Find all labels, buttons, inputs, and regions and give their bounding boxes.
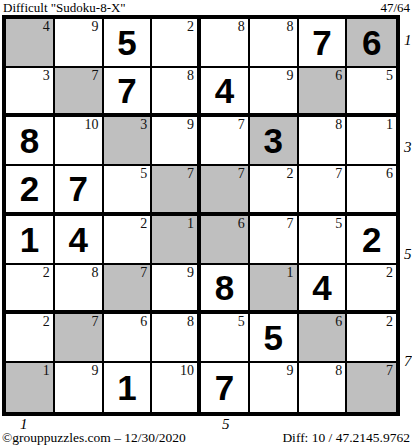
cell-r1c8: 6 [347, 19, 396, 68]
cell-r4c1: 2 [6, 166, 55, 215]
corner-number: 9 [92, 19, 99, 34]
cell-r5c5[interactable]: 6 [201, 216, 250, 265]
given-digit: 2 [6, 166, 53, 211]
copyright-text: ©grouppuzzles.com – 12/30/2020 [2, 430, 186, 446]
cell-r8c1[interactable]: 1 [6, 363, 55, 412]
corner-number: 9 [287, 363, 294, 378]
given-digit: 2 [347, 216, 396, 263]
cell-r1c1[interactable]: 4 [6, 19, 55, 68]
given-digit: 5 [104, 19, 151, 66]
cell-r4c4[interactable]: 7 [152, 166, 201, 215]
cell-r2c2[interactable]: 7 [55, 68, 104, 117]
puzzle-title: Difficult "Sudoku-8-X" [3, 0, 126, 16]
cell-r5c2: 4 [55, 216, 104, 265]
cell-r8c3: 1 [104, 363, 153, 412]
cell-r6c6[interactable]: 1 [250, 265, 299, 314]
cell-r5c6[interactable]: 7 [250, 216, 299, 265]
cell-r6c2[interactable]: 8 [55, 265, 104, 314]
cell-r5c8: 2 [347, 216, 396, 265]
corner-number: 8 [335, 117, 342, 132]
corner-number: 1 [287, 265, 294, 280]
cell-r6c8[interactable]: 2 [347, 265, 396, 314]
cell-r2c3: 7 [104, 68, 153, 117]
cell-r2c5: 4 [201, 68, 250, 117]
corner-number: 9 [187, 117, 194, 132]
cell-r3c8[interactable]: 1 [347, 117, 396, 166]
cell-r5c1: 1 [6, 216, 55, 265]
corner-number: 7 [92, 314, 99, 329]
board: 4952887637784965810397381275772761421675… [2, 15, 400, 416]
cell-r6c7: 4 [299, 265, 348, 314]
corner-number: 2 [43, 314, 50, 329]
col-label-5: 5 [222, 417, 230, 431]
cell-r7c1[interactable]: 2 [6, 314, 55, 363]
cell-r4c8[interactable]: 6 [347, 166, 396, 215]
cell-r2c4[interactable]: 8 [152, 68, 201, 117]
corner-number: 4 [43, 19, 50, 34]
difficulty-text: Diff: 10 / 47.2145.9762 [282, 430, 410, 446]
corner-number: 6 [386, 166, 393, 181]
cell-r7c3[interactable]: 6 [104, 314, 153, 363]
corner-number: 10 [180, 363, 194, 378]
corner-number: 5 [140, 166, 147, 181]
cell-r8c8[interactable]: 7 [347, 363, 396, 412]
corner-number: 8 [335, 363, 342, 378]
cell-r7c5[interactable]: 5 [201, 314, 250, 363]
cell-r5c4[interactable]: 1 [152, 216, 201, 265]
cell-r6c5: 8 [201, 265, 250, 314]
corner-number: 6 [140, 314, 147, 329]
cell-r1c6[interactable]: 8 [250, 19, 299, 68]
cell-r7c7[interactable]: 6 [299, 314, 348, 363]
corner-number: 3 [43, 68, 50, 83]
corner-number: 8 [187, 314, 194, 329]
cell-r5c7[interactable]: 5 [299, 216, 348, 265]
cell-r6c4[interactable]: 9 [152, 265, 201, 314]
given-digit: 4 [55, 216, 102, 263]
cell-r7c6: 5 [250, 314, 299, 363]
corner-number: 8 [238, 19, 245, 34]
corner-number: 10 [85, 117, 99, 132]
corner-number: 5 [238, 314, 245, 329]
cell-r2c1[interactable]: 3 [6, 68, 55, 117]
cell-r2c8[interactable]: 5 [347, 68, 396, 117]
corner-number: 6 [335, 314, 342, 329]
corner-number: 6 [238, 216, 245, 231]
corner-number: 2 [187, 19, 194, 34]
corner-number: 5 [335, 216, 342, 231]
corner-number: 1 [386, 117, 393, 132]
corner-number: 9 [287, 68, 294, 83]
cell-r4c5[interactable]: 7 [201, 166, 250, 215]
cell-r1c7: 7 [299, 19, 348, 68]
cell-r4c7[interactable]: 7 [299, 166, 348, 215]
corner-number: 9 [187, 265, 194, 280]
corner-number: 7 [386, 363, 393, 378]
corner-number: 7 [187, 166, 194, 181]
cell-r1c5[interactable]: 8 [201, 19, 250, 68]
cell-r2c7[interactable]: 6 [299, 68, 348, 117]
row-label-5: 5 [404, 247, 412, 261]
cell-r3c4[interactable]: 9 [152, 117, 201, 166]
given-digit: 1 [6, 216, 53, 263]
cell-r6c3[interactable]: 7 [104, 265, 153, 314]
cell-r8c6[interactable]: 9 [250, 363, 299, 412]
cell-r1c4[interactable]: 2 [152, 19, 201, 68]
corner-number: 2 [287, 166, 294, 181]
corner-number: 8 [287, 19, 294, 34]
cell-r4c2: 7 [55, 166, 104, 215]
cell-r3c6: 3 [250, 117, 299, 166]
given-digit: 6 [347, 19, 396, 66]
corner-number: 7 [140, 265, 147, 280]
corner-number: 6 [335, 68, 342, 83]
cell-r7c4[interactable]: 8 [152, 314, 201, 363]
corner-number: 7 [335, 166, 342, 181]
row-label-3: 3 [404, 140, 412, 154]
given-digit: 8 [201, 265, 248, 310]
corner-number: 8 [187, 68, 194, 83]
empty-cell-counter: 47/64 [380, 0, 410, 16]
col-label-1: 1 [20, 417, 28, 431]
given-digit: 4 [299, 265, 346, 310]
corner-number: 2 [386, 265, 393, 280]
cell-r2c6[interactable]: 9 [250, 68, 299, 117]
cell-r7c2[interactable]: 7 [55, 314, 104, 363]
cell-r3c1: 8 [6, 117, 55, 166]
cell-r3c5[interactable]: 7 [201, 117, 250, 166]
cell-r1c3: 5 [104, 19, 153, 68]
given-digit: 7 [299, 19, 346, 66]
cell-r5c3[interactable]: 2 [104, 216, 153, 265]
given-digit: 8 [6, 117, 53, 164]
cell-r4c3[interactable]: 5 [104, 166, 153, 215]
cell-r4c6[interactable]: 2 [250, 166, 299, 215]
corner-number: 1 [43, 363, 50, 378]
given-digit: 7 [201, 363, 248, 412]
cell-r7c8[interactable]: 2 [347, 314, 396, 363]
cell-r8c7[interactable]: 8 [299, 363, 348, 412]
given-digit: 5 [250, 314, 297, 361]
given-digit: 3 [250, 117, 297, 164]
given-digit: 1 [104, 363, 151, 412]
given-digit: 4 [201, 68, 248, 113]
cell-r1c2[interactable]: 9 [55, 19, 104, 68]
given-digit: 7 [104, 68, 151, 113]
corner-number: 5 [386, 68, 393, 83]
given-digit: 7 [55, 166, 102, 211]
corner-number: 2 [386, 314, 393, 329]
corner-number: 2 [43, 265, 50, 280]
cell-r6c1[interactable]: 2 [6, 265, 55, 314]
corner-number: 7 [287, 216, 294, 231]
cell-r3c3[interactable]: 3 [104, 117, 153, 166]
corner-number: 7 [238, 166, 245, 181]
corner-number: 8 [92, 265, 99, 280]
cell-r3c2[interactable]: 10 [55, 117, 104, 166]
row-label-1: 1 [404, 33, 412, 47]
corner-number: 2 [140, 216, 147, 231]
corner-number: 3 [140, 117, 147, 132]
corner-number: 1 [187, 216, 194, 231]
cell-r8c5: 7 [201, 363, 250, 412]
row-label-7: 7 [404, 354, 412, 368]
puzzle-page: Difficult "Sudoku-8-X" 47/64 49528876377… [0, 0, 412, 447]
corner-number: 7 [238, 117, 245, 132]
corner-number: 7 [92, 68, 99, 83]
corner-number: 9 [92, 363, 99, 378]
cell-r8c2[interactable]: 9 [55, 363, 104, 412]
cell-r3c7[interactable]: 8 [299, 117, 348, 166]
cell-r8c4[interactable]: 10 [152, 363, 201, 412]
